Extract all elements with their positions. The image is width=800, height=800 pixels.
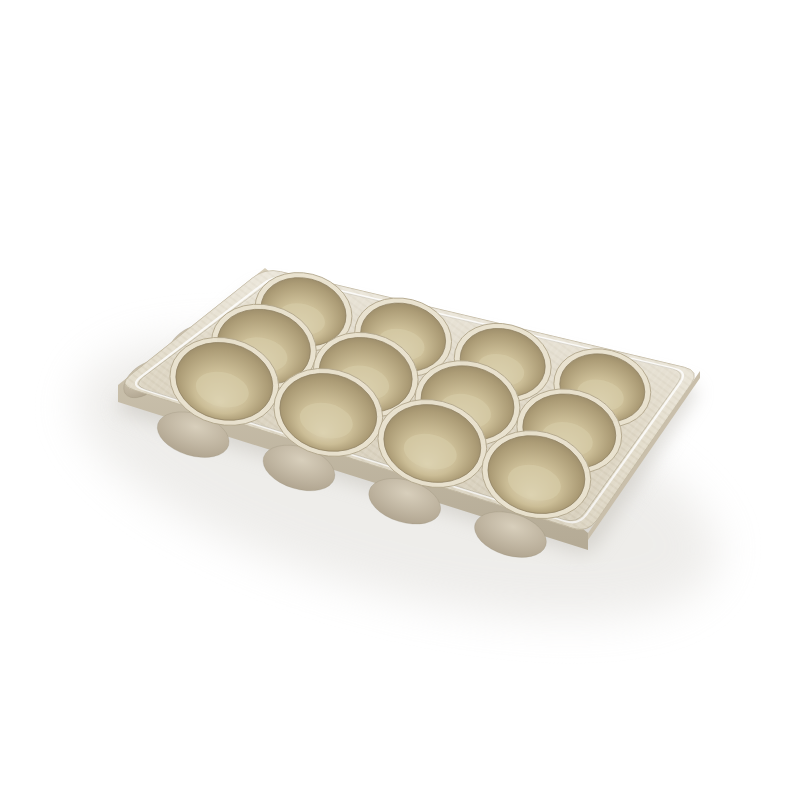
product-photo-canvas	[0, 0, 800, 800]
muffin-pan-photo	[0, 0, 800, 800]
